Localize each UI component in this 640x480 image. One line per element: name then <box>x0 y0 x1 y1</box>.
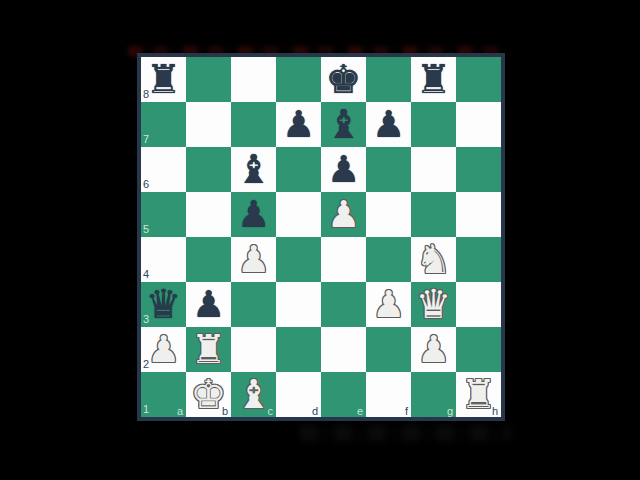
white-pawn-icon[interactable]: ♟ <box>411 327 456 372</box>
black-bishop-icon[interactable]: ♝ <box>231 147 276 192</box>
black-pawn-icon[interactable]: ♟ <box>321 147 366 192</box>
square-h7[interactable] <box>456 102 501 147</box>
square-a3[interactable]: 3♛ <box>141 282 186 327</box>
white-king-icon[interactable]: ♚ <box>186 372 231 417</box>
square-b3[interactable]: ♟ <box>186 282 231 327</box>
square-d6[interactable] <box>276 147 321 192</box>
square-a8[interactable]: 8♜ <box>141 57 186 102</box>
square-a2[interactable]: 2♟ <box>141 327 186 372</box>
rank-label-7: 7 <box>143 134 149 145</box>
black-rook-icon[interactable]: ♜ <box>411 57 456 102</box>
square-d7[interactable]: ♟ <box>276 102 321 147</box>
square-d1[interactable]: d <box>276 372 321 417</box>
square-h1[interactable]: h♜ <box>456 372 501 417</box>
square-c7[interactable] <box>231 102 276 147</box>
square-g3[interactable]: ♛ <box>411 282 456 327</box>
square-a7[interactable]: 7 <box>141 102 186 147</box>
square-b2[interactable]: ♜ <box>186 327 231 372</box>
square-e1[interactable]: e <box>321 372 366 417</box>
black-pawn-icon[interactable]: ♟ <box>366 102 411 147</box>
square-f5[interactable] <box>366 192 411 237</box>
chess-board: 8♜♚♜7♟♝♟6♝♟5♟♟4♟♞3♛♟♟♛2♟♜♟1ab♚c♝defgh♜ <box>137 53 505 421</box>
square-b7[interactable] <box>186 102 231 147</box>
rank-label-6: 6 <box>143 179 149 190</box>
square-g2[interactable]: ♟ <box>411 327 456 372</box>
square-c1[interactable]: c♝ <box>231 372 276 417</box>
file-label-a: a <box>177 406 183 417</box>
square-f6[interactable] <box>366 147 411 192</box>
white-pawn-icon[interactable]: ♟ <box>366 282 411 327</box>
black-queen-icon[interactable]: ♛ <box>141 282 186 327</box>
square-e4[interactable] <box>321 237 366 282</box>
square-d2[interactable] <box>276 327 321 372</box>
square-c4[interactable]: ♟ <box>231 237 276 282</box>
square-d8[interactable] <box>276 57 321 102</box>
square-g8[interactable]: ♜ <box>411 57 456 102</box>
square-a1[interactable]: 1a <box>141 372 186 417</box>
square-c3[interactable] <box>231 282 276 327</box>
square-g6[interactable] <box>411 147 456 192</box>
square-c6[interactable]: ♝ <box>231 147 276 192</box>
square-h4[interactable] <box>456 237 501 282</box>
file-label-g: g <box>447 406 453 417</box>
square-g4[interactable]: ♞ <box>411 237 456 282</box>
white-pawn-icon[interactable]: ♟ <box>231 237 276 282</box>
square-e8[interactable]: ♚ <box>321 57 366 102</box>
black-king-icon[interactable]: ♚ <box>321 57 366 102</box>
square-h2[interactable] <box>456 327 501 372</box>
rank-label-1: 1 <box>143 404 149 415</box>
square-b5[interactable] <box>186 192 231 237</box>
black-pawn-icon[interactable]: ♟ <box>231 192 276 237</box>
square-e2[interactable] <box>321 327 366 372</box>
file-label-d: d <box>312 406 318 417</box>
file-label-f: f <box>405 406 408 417</box>
square-d5[interactable] <box>276 192 321 237</box>
square-e6[interactable]: ♟ <box>321 147 366 192</box>
square-f1[interactable]: f <box>366 372 411 417</box>
square-b8[interactable] <box>186 57 231 102</box>
white-pawn-icon[interactable]: ♟ <box>141 327 186 372</box>
white-rook-icon[interactable]: ♜ <box>186 327 231 372</box>
square-h6[interactable] <box>456 147 501 192</box>
square-b4[interactable] <box>186 237 231 282</box>
square-f2[interactable] <box>366 327 411 372</box>
square-h8[interactable] <box>456 57 501 102</box>
white-rook-icon[interactable]: ♜ <box>456 372 501 417</box>
square-f4[interactable] <box>366 237 411 282</box>
square-g5[interactable] <box>411 192 456 237</box>
square-d4[interactable] <box>276 237 321 282</box>
rank-label-5: 5 <box>143 224 149 235</box>
file-label-e: e <box>357 406 363 417</box>
square-h5[interactable] <box>456 192 501 237</box>
square-c2[interactable] <box>231 327 276 372</box>
rank-label-4: 4 <box>143 269 149 280</box>
black-pawn-icon[interactable]: ♟ <box>186 282 231 327</box>
white-pawn-icon[interactable]: ♟ <box>321 192 366 237</box>
square-g1[interactable]: g <box>411 372 456 417</box>
white-bishop-icon[interactable]: ♝ <box>231 372 276 417</box>
white-knight-icon[interactable]: ♞ <box>411 237 456 282</box>
square-c5[interactable]: ♟ <box>231 192 276 237</box>
faint-shadow-artifact <box>300 425 510 441</box>
square-c8[interactable] <box>231 57 276 102</box>
screen-background: 8♜♚♜7♟♝♟6♝♟5♟♟4♟♞3♛♟♟♛2♟♜♟1ab♚c♝defgh♜ <box>0 0 640 480</box>
square-h3[interactable] <box>456 282 501 327</box>
square-f3[interactable]: ♟ <box>366 282 411 327</box>
square-d3[interactable] <box>276 282 321 327</box>
square-a6[interactable]: 6 <box>141 147 186 192</box>
square-a5[interactable]: 5 <box>141 192 186 237</box>
square-e3[interactable] <box>321 282 366 327</box>
square-b1[interactable]: b♚ <box>186 372 231 417</box>
black-rook-icon[interactable]: ♜ <box>141 57 186 102</box>
black-pawn-icon[interactable]: ♟ <box>276 102 321 147</box>
square-a4[interactable]: 4 <box>141 237 186 282</box>
square-f7[interactable]: ♟ <box>366 102 411 147</box>
square-g7[interactable] <box>411 102 456 147</box>
square-f8[interactable] <box>366 57 411 102</box>
black-bishop-icon[interactable]: ♝ <box>321 102 366 147</box>
square-e5[interactable]: ♟ <box>321 192 366 237</box>
white-queen-icon[interactable]: ♛ <box>411 282 456 327</box>
square-b6[interactable] <box>186 147 231 192</box>
square-e7[interactable]: ♝ <box>321 102 366 147</box>
